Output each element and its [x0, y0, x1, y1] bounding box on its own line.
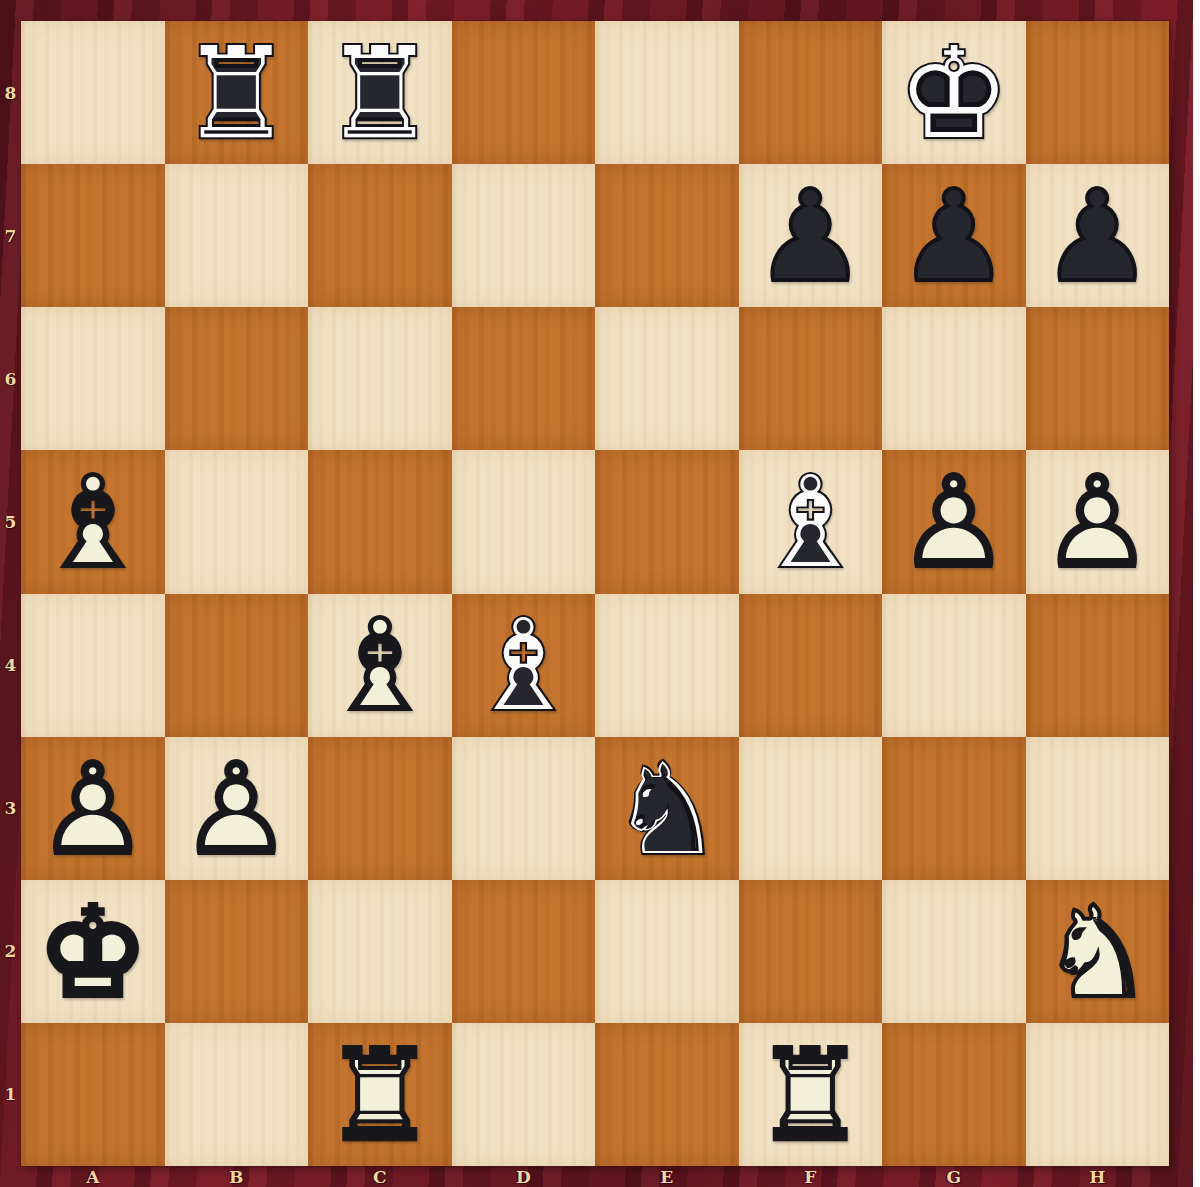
- square-e3[interactable]: ♞♘: [595, 737, 739, 880]
- chess-board-frame: ♜♖♜♖♚♔♟♙♟♙♟♙♝♗♝♗♟♙♟♙♝♗♝♗♟♙♟♙♞♘♚♔♞♘♜♖♜♖ 8…: [0, 0, 1193, 1187]
- file-label-h: H: [1026, 1166, 1170, 1187]
- rank-label-1: 1: [0, 1023, 21, 1166]
- file-labels: ABCDEFGH: [21, 1166, 1169, 1187]
- square-c1[interactable]: ♜♖: [308, 1023, 452, 1166]
- square-e1[interactable]: [595, 1023, 739, 1166]
- rank-label-7: 7: [0, 164, 21, 307]
- black-rook-icon[interactable]: ♜♖: [165, 21, 309, 164]
- file-label-c: C: [308, 1166, 452, 1187]
- square-h5[interactable]: ♟♙: [1026, 450, 1170, 593]
- square-g8[interactable]: ♚♔: [882, 21, 1026, 164]
- black-pawn-icon[interactable]: ♟♙: [1026, 164, 1170, 307]
- square-a7[interactable]: [21, 164, 165, 307]
- square-f6[interactable]: [739, 307, 883, 450]
- rank-label-2: 2: [0, 880, 21, 1023]
- white-rook-icon[interactable]: ♜♖: [308, 1023, 452, 1166]
- square-b7[interactable]: [165, 164, 309, 307]
- square-g3[interactable]: [882, 737, 1026, 880]
- square-c5[interactable]: [308, 450, 452, 593]
- white-knight-icon[interactable]: ♞♘: [1026, 880, 1170, 1023]
- white-bishop-icon[interactable]: ♝♗: [21, 450, 165, 593]
- black-pawn-icon[interactable]: ♟♙: [882, 164, 1026, 307]
- square-g4[interactable]: [882, 594, 1026, 737]
- square-h1[interactable]: [1026, 1023, 1170, 1166]
- square-b1[interactable]: [165, 1023, 309, 1166]
- square-c3[interactable]: [308, 737, 452, 880]
- square-d4[interactable]: ♝♗: [452, 594, 596, 737]
- square-c6[interactable]: [308, 307, 452, 450]
- black-pawn-icon[interactable]: ♟♙: [739, 164, 883, 307]
- black-rook-icon[interactable]: ♜♖: [308, 21, 452, 164]
- square-d2[interactable]: [452, 880, 596, 1023]
- square-h8[interactable]: [1026, 21, 1170, 164]
- square-c2[interactable]: [308, 880, 452, 1023]
- square-h4[interactable]: [1026, 594, 1170, 737]
- square-g2[interactable]: [882, 880, 1026, 1023]
- rank-label-6: 6: [0, 307, 21, 450]
- square-b6[interactable]: [165, 307, 309, 450]
- square-b5[interactable]: [165, 450, 309, 593]
- square-e4[interactable]: [595, 594, 739, 737]
- square-a5[interactable]: ♝♗: [21, 450, 165, 593]
- white-pawn-icon[interactable]: ♟♙: [165, 737, 309, 880]
- screenshot-canvas: { "game": "chess", "position": { "fen": …: [0, 0, 1200, 1187]
- square-g5[interactable]: ♟♙: [882, 450, 1026, 593]
- file-label-a: A: [21, 1166, 165, 1187]
- square-e8[interactable]: [595, 21, 739, 164]
- square-a3[interactable]: ♟♙: [21, 737, 165, 880]
- square-h2[interactable]: ♞♘: [1026, 880, 1170, 1023]
- rank-labels: 87654321: [0, 21, 21, 1166]
- white-pawn-icon[interactable]: ♟♙: [1026, 450, 1170, 593]
- square-f3[interactable]: [739, 737, 883, 880]
- square-e7[interactable]: [595, 164, 739, 307]
- square-g6[interactable]: [882, 307, 1026, 450]
- square-b2[interactable]: [165, 880, 309, 1023]
- square-h6[interactable]: [1026, 307, 1170, 450]
- square-f2[interactable]: [739, 880, 883, 1023]
- square-h7[interactable]: ♟♙: [1026, 164, 1170, 307]
- file-label-f: F: [739, 1166, 883, 1187]
- square-a8[interactable]: [21, 21, 165, 164]
- square-f5[interactable]: ♝♗: [739, 450, 883, 593]
- square-b8[interactable]: ♜♖: [165, 21, 309, 164]
- square-b3[interactable]: ♟♙: [165, 737, 309, 880]
- white-pawn-icon[interactable]: ♟♙: [21, 737, 165, 880]
- square-d5[interactable]: [452, 450, 596, 593]
- page-background-strip: [1193, 0, 1200, 1187]
- board-grid: ♜♖♜♖♚♔♟♙♟♙♟♙♝♗♝♗♟♙♟♙♝♗♝♗♟♙♟♙♞♘♚♔♞♘♜♖♜♖: [21, 21, 1169, 1166]
- rank-label-8: 8: [0, 21, 21, 164]
- white-rook-icon[interactable]: ♜♖: [739, 1023, 883, 1166]
- rank-label-3: 3: [0, 737, 21, 880]
- rank-label-5: 5: [0, 450, 21, 593]
- square-b4[interactable]: [165, 594, 309, 737]
- square-c7[interactable]: [308, 164, 452, 307]
- square-d6[interactable]: [452, 307, 596, 450]
- file-label-e: E: [595, 1166, 739, 1187]
- square-a4[interactable]: [21, 594, 165, 737]
- square-f1[interactable]: ♜♖: [739, 1023, 883, 1166]
- black-bishop-icon[interactable]: ♝♗: [452, 594, 596, 737]
- rank-label-4: 4: [0, 594, 21, 737]
- square-h3[interactable]: [1026, 737, 1170, 880]
- square-a2[interactable]: ♚♔: [21, 880, 165, 1023]
- square-d8[interactable]: [452, 21, 596, 164]
- square-g7[interactable]: ♟♙: [882, 164, 1026, 307]
- black-knight-icon[interactable]: ♞♘: [595, 737, 739, 880]
- square-g1[interactable]: [882, 1023, 1026, 1166]
- square-f7[interactable]: ♟♙: [739, 164, 883, 307]
- square-a1[interactable]: [21, 1023, 165, 1166]
- file-label-b: B: [165, 1166, 309, 1187]
- square-d3[interactable]: [452, 737, 596, 880]
- square-e2[interactable]: [595, 880, 739, 1023]
- square-c4[interactable]: ♝♗: [308, 594, 452, 737]
- black-king-icon[interactable]: ♚♔: [882, 21, 1026, 164]
- square-f8[interactable]: [739, 21, 883, 164]
- square-e5[interactable]: [595, 450, 739, 593]
- file-label-g: G: [882, 1166, 1026, 1187]
- file-label-d: D: [452, 1166, 596, 1187]
- white-bishop-icon[interactable]: ♝♗: [308, 594, 452, 737]
- square-d7[interactable]: [452, 164, 596, 307]
- white-pawn-icon[interactable]: ♟♙: [882, 450, 1026, 593]
- square-f4[interactable]: [739, 594, 883, 737]
- black-bishop-icon[interactable]: ♝♗: [739, 450, 883, 593]
- square-d1[interactable]: [452, 1023, 596, 1166]
- white-king-icon[interactable]: ♚♔: [21, 880, 165, 1023]
- square-c8[interactable]: ♜♖: [308, 21, 452, 164]
- square-e6[interactable]: [595, 307, 739, 450]
- square-a6[interactable]: [21, 307, 165, 450]
